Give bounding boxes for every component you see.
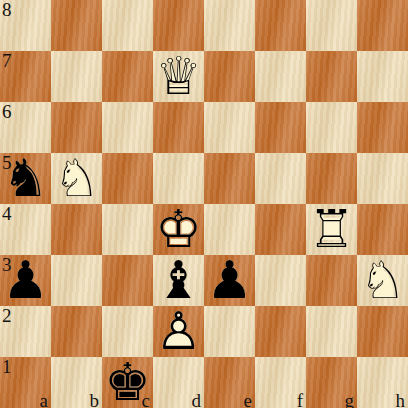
square-e1[interactable]: e: [204, 357, 255, 408]
square-d8[interactable]: [153, 0, 204, 51]
file-label-f: f: [297, 391, 303, 408]
black-pawn-outline-glyph: ♟: [204, 255, 255, 306]
square-b8[interactable]: [51, 0, 102, 51]
rank-label-7: 7: [2, 51, 12, 70]
white-king[interactable]: ♚♔: [153, 204, 204, 255]
square-a6[interactable]: 6: [0, 102, 51, 153]
square-e5[interactable]: [204, 153, 255, 204]
chess-board: 87♛♕65♞♞♞♘4♚♔♜♖3♟♟♝♝♟♟♞♘2♟♙1abc♚♚defgh: [0, 0, 408, 408]
square-a8[interactable]: 8: [0, 0, 51, 51]
white-knight[interactable]: ♞♘: [357, 255, 408, 306]
square-g3[interactable]: [306, 255, 357, 306]
file-label-a: a: [40, 391, 48, 408]
rank-label-6: 6: [2, 102, 12, 121]
white-queen-outline-glyph: ♕: [153, 51, 204, 102]
square-f4[interactable]: [255, 204, 306, 255]
square-a5[interactable]: 5♞♞: [0, 153, 51, 204]
square-c3[interactable]: [102, 255, 153, 306]
square-e2[interactable]: [204, 306, 255, 357]
square-a4[interactable]: 4: [0, 204, 51, 255]
file-label-d: d: [192, 391, 202, 408]
square-f6[interactable]: [255, 102, 306, 153]
square-a2[interactable]: 2: [0, 306, 51, 357]
square-g2[interactable]: [306, 306, 357, 357]
white-knight[interactable]: ♞♘: [51, 153, 102, 204]
black-bishop-outline-glyph: ♝: [153, 255, 204, 306]
square-b7[interactable]: [51, 51, 102, 102]
square-h7[interactable]: [357, 51, 408, 102]
square-f7[interactable]: [255, 51, 306, 102]
square-c5[interactable]: [102, 153, 153, 204]
square-b4[interactable]: [51, 204, 102, 255]
square-g8[interactable]: [306, 0, 357, 51]
black-pawn[interactable]: ♟♟: [204, 255, 255, 306]
square-a7[interactable]: 7: [0, 51, 51, 102]
square-h1[interactable]: h: [357, 357, 408, 408]
square-d3[interactable]: ♝♝: [153, 255, 204, 306]
square-c4[interactable]: [102, 204, 153, 255]
square-h5[interactable]: [357, 153, 408, 204]
square-d1[interactable]: d: [153, 357, 204, 408]
square-d4[interactable]: ♚♔: [153, 204, 204, 255]
file-label-g: g: [345, 391, 355, 408]
file-label-b: b: [90, 391, 100, 408]
square-f3[interactable]: [255, 255, 306, 306]
square-e6[interactable]: [204, 102, 255, 153]
square-g5[interactable]: [306, 153, 357, 204]
rank-label-1: 1: [2, 357, 12, 376]
square-h6[interactable]: [357, 102, 408, 153]
square-g1[interactable]: g: [306, 357, 357, 408]
square-c1[interactable]: c♚♚: [102, 357, 153, 408]
white-king-outline-glyph: ♔: [153, 204, 204, 255]
square-b3[interactable]: [51, 255, 102, 306]
square-f1[interactable]: f: [255, 357, 306, 408]
white-rook[interactable]: ♜♖: [306, 204, 357, 255]
square-g6[interactable]: [306, 102, 357, 153]
square-h4[interactable]: [357, 204, 408, 255]
square-e3[interactable]: ♟♟: [204, 255, 255, 306]
square-d6[interactable]: [153, 102, 204, 153]
square-g7[interactable]: [306, 51, 357, 102]
rank-label-5: 5: [2, 153, 12, 172]
file-label-e: e: [244, 391, 252, 408]
rank-label-4: 4: [2, 204, 12, 223]
square-b1[interactable]: b: [51, 357, 102, 408]
rank-label-3: 3: [2, 255, 12, 274]
white-pawn-outline-glyph: ♙: [153, 306, 204, 357]
square-b6[interactable]: [51, 102, 102, 153]
square-d7[interactable]: ♛♕: [153, 51, 204, 102]
square-c6[interactable]: [102, 102, 153, 153]
square-f2[interactable]: [255, 306, 306, 357]
square-h2[interactable]: [357, 306, 408, 357]
square-e7[interactable]: [204, 51, 255, 102]
square-f5[interactable]: [255, 153, 306, 204]
square-c8[interactable]: [102, 0, 153, 51]
square-g4[interactable]: ♜♖: [306, 204, 357, 255]
square-c7[interactable]: [102, 51, 153, 102]
white-knight-outline-glyph: ♘: [357, 255, 408, 306]
rank-label-8: 8: [2, 0, 12, 19]
square-a3[interactable]: 3♟♟: [0, 255, 51, 306]
square-b2[interactable]: [51, 306, 102, 357]
square-d5[interactable]: [153, 153, 204, 204]
file-label-h: h: [396, 391, 406, 408]
square-e4[interactable]: [204, 204, 255, 255]
white-rook-outline-glyph: ♖: [306, 204, 357, 255]
file-label-c: c: [142, 391, 150, 408]
white-queen[interactable]: ♛♕: [153, 51, 204, 102]
square-f8[interactable]: [255, 0, 306, 51]
rank-label-2: 2: [2, 306, 12, 325]
square-c2[interactable]: [102, 306, 153, 357]
square-e8[interactable]: [204, 0, 255, 51]
white-knight-outline-glyph: ♘: [51, 153, 102, 204]
square-h3[interactable]: ♞♘: [357, 255, 408, 306]
square-a1[interactable]: 1a: [0, 357, 51, 408]
white-pawn[interactable]: ♟♙: [153, 306, 204, 357]
square-b5[interactable]: ♞♘: [51, 153, 102, 204]
black-bishop[interactable]: ♝♝: [153, 255, 204, 306]
square-h8[interactable]: [357, 0, 408, 51]
square-d2[interactable]: ♟♙: [153, 306, 204, 357]
